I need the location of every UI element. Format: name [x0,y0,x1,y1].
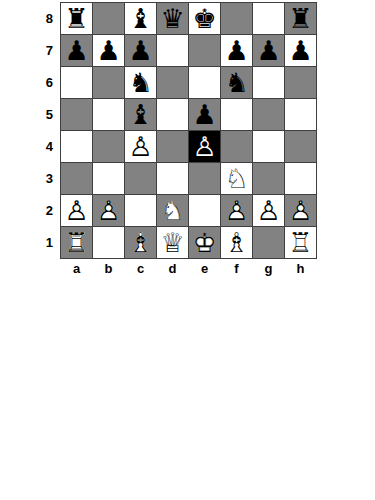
square-a1[interactable]: ♜♖ [61,227,92,258]
white-pawn-icon: ♟♙ [189,131,220,162]
square-a3[interactable] [61,163,92,194]
square-d8[interactable]: ♛ [157,3,188,34]
rank-label-7: 7 [38,35,60,66]
black-knight-icon: ♞ [221,67,252,98]
rank-label-8: 8 [38,3,60,34]
black-rook-icon: ♜ [61,3,92,34]
square-c3[interactable] [125,163,156,194]
square-e3[interactable] [189,163,220,194]
square-c7[interactable]: ♟ [125,35,156,66]
black-pawn-icon: ♟ [93,35,124,66]
rank-labels: 87654321 [38,2,60,259]
square-c4[interactable]: ♟♙ [125,131,156,162]
square-c5[interactable]: ♝ [125,99,156,130]
square-d2[interactable]: ♞♘ [157,195,188,226]
square-b8[interactable] [93,3,124,34]
square-h3[interactable] [285,163,316,194]
square-g1[interactable] [253,227,284,258]
square-h8[interactable]: ♜ [285,3,316,34]
square-h2[interactable]: ♟♙ [285,195,316,226]
square-g5[interactable] [253,99,284,130]
square-f2[interactable]: ♟♙ [221,195,252,226]
square-f4[interactable] [221,131,252,162]
square-a8[interactable]: ♜ [61,3,92,34]
black-knight-icon: ♞ [125,67,156,98]
square-h1[interactable]: ♜♖ [285,227,316,258]
file-label-h: h [285,259,316,276]
square-g7[interactable]: ♟ [253,35,284,66]
white-queen-icon: ♛♕ [157,227,188,258]
file-label-a: a [61,259,92,276]
square-d3[interactable] [157,163,188,194]
square-f3[interactable]: ♞♘ [221,163,252,194]
square-g3[interactable] [253,163,284,194]
square-d1[interactable]: ♛♕ [157,227,188,258]
black-pawn-icon: ♟ [61,35,92,66]
white-rook-icon: ♜♖ [61,227,92,258]
square-d4[interactable] [157,131,188,162]
white-pawn-icon: ♟♙ [221,195,252,226]
square-a5[interactable] [61,99,92,130]
square-e2[interactable] [189,195,220,226]
square-d7[interactable] [157,35,188,66]
rank-label-3: 3 [38,163,60,194]
square-b4[interactable] [93,131,124,162]
black-queen-icon: ♛ [157,3,188,34]
rank-label-6: 6 [38,67,60,98]
square-g8[interactable] [253,3,284,34]
black-pawn-icon: ♟ [221,35,252,66]
white-pawn-icon: ♟♙ [285,195,316,226]
square-e5[interactable]: ♟ [189,99,220,130]
square-f5[interactable] [221,99,252,130]
square-h4[interactable] [285,131,316,162]
chessboard-diagram: 87654321 ♜♝♛♚♜♟♟♟♟♟♟♞♞♝♟♟♙♟♙♞♘♟♙♟♙♞♘♟♙♟♙… [38,2,317,275]
rank-label-1: 1 [38,227,60,258]
black-bishop-icon: ♝ [125,3,156,34]
black-king-icon: ♚ [189,3,220,34]
square-b1[interactable] [93,227,124,258]
black-pawn-icon: ♟ [125,35,156,66]
square-c6[interactable]: ♞ [125,67,156,98]
file-label-b: b [93,259,124,276]
square-a4[interactable] [61,131,92,162]
square-d5[interactable] [157,99,188,130]
white-pawn-icon: ♟♙ [93,195,124,226]
board: ♜♝♛♚♜♟♟♟♟♟♟♞♞♝♟♟♙♟♙♞♘♟♙♟♙♞♘♟♙♟♙♟♙♜♖♝♗♛♕♚… [60,2,317,259]
square-a2[interactable]: ♟♙ [61,195,92,226]
rank-label-2: 2 [38,195,60,226]
square-c1[interactable]: ♝♗ [125,227,156,258]
file-labels: abcdefgh [60,259,317,275]
square-e7[interactable] [189,35,220,66]
rank-label-4: 4 [38,131,60,162]
square-f7[interactable]: ♟ [221,35,252,66]
white-pawn-icon: ♟♙ [125,131,156,162]
white-pawn-icon: ♟♙ [253,195,284,226]
black-bishop-icon: ♝ [125,99,156,130]
file-label-g: g [253,259,284,276]
file-label-d: d [157,259,188,276]
square-e4[interactable]: ♟♙ [189,131,220,162]
square-f1[interactable]: ♝♗ [221,227,252,258]
square-g2[interactable]: ♟♙ [253,195,284,226]
white-bishop-icon: ♝♗ [221,227,252,258]
rank-label-5: 5 [38,99,60,130]
white-knight-icon: ♞♘ [157,195,188,226]
square-d6[interactable] [157,67,188,98]
square-g6[interactable] [253,67,284,98]
white-rook-icon: ♜♖ [285,227,316,258]
file-label-c: c [125,259,156,276]
black-pawn-icon: ♟ [189,99,220,130]
square-f8[interactable] [221,3,252,34]
black-rook-icon: ♜ [285,3,316,34]
square-c8[interactable]: ♝ [125,3,156,34]
square-g4[interactable] [253,131,284,162]
square-b7[interactable]: ♟ [93,35,124,66]
square-h5[interactable] [285,99,316,130]
square-h6[interactable] [285,67,316,98]
square-e1[interactable]: ♚♔ [189,227,220,258]
white-pawn-icon: ♟♙ [61,195,92,226]
white-king-icon: ♚♔ [189,227,220,258]
square-f6[interactable]: ♞ [221,67,252,98]
black-pawn-icon: ♟ [285,35,316,66]
square-a6[interactable] [61,67,92,98]
black-pawn-icon: ♟ [253,35,284,66]
square-b5[interactable] [93,99,124,130]
square-c2[interactable] [125,195,156,226]
square-a7[interactable]: ♟ [61,35,92,66]
white-knight-icon: ♞♘ [221,163,252,194]
file-label-e: e [189,259,220,276]
square-e8[interactable]: ♚ [189,3,220,34]
file-label-f: f [221,259,252,276]
white-bishop-icon: ♝♗ [125,227,156,258]
square-e6[interactable] [189,67,220,98]
square-b3[interactable] [93,163,124,194]
square-b6[interactable] [93,67,124,98]
square-b2[interactable]: ♟♙ [93,195,124,226]
square-h7[interactable]: ♟ [285,35,316,66]
